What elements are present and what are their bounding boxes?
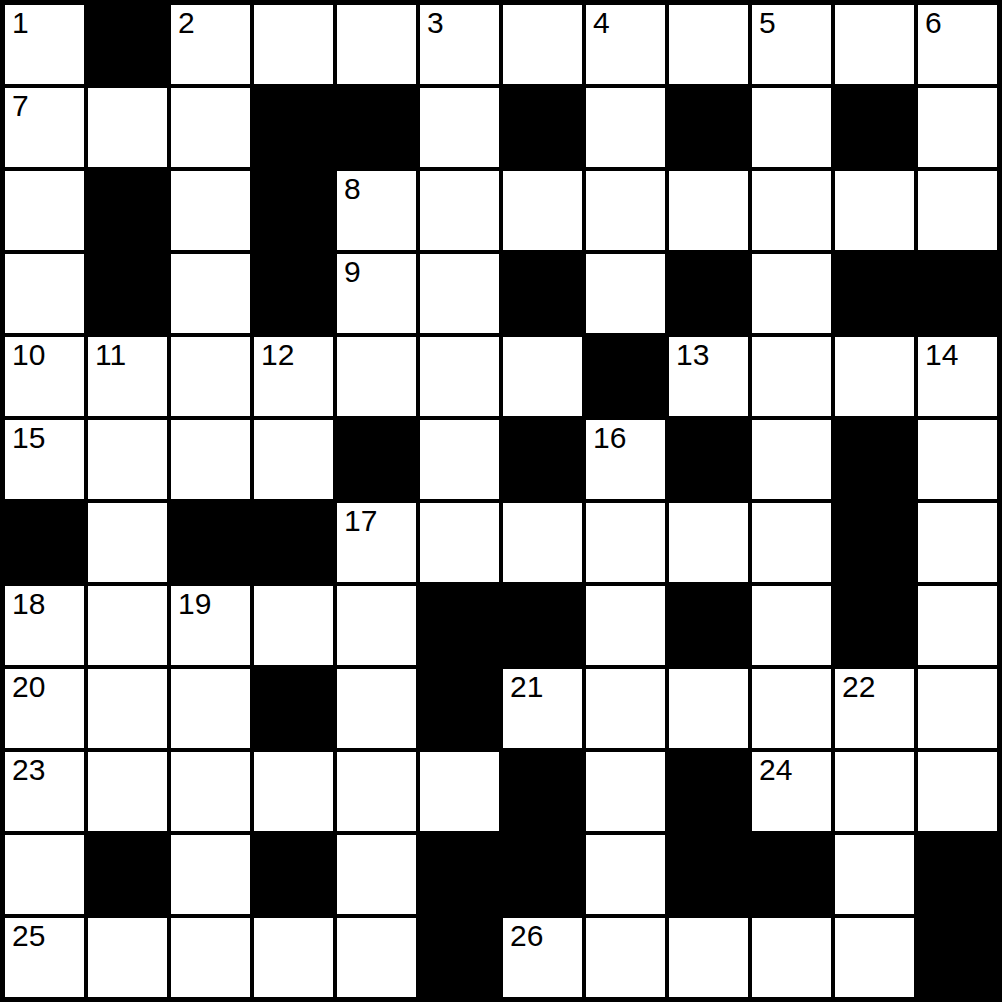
cell-r3-c5[interactable] <box>420 254 499 333</box>
cell-r3-c4[interactable]: 9 <box>337 254 416 333</box>
block-cell-r5-c8 <box>669 420 748 499</box>
cell-r6-c11[interactable] <box>918 503 997 582</box>
cell-r0-c7[interactable]: 4 <box>586 5 665 84</box>
cell-r0-c5[interactable]: 3 <box>420 5 499 84</box>
cell-r0-c0[interactable]: 1 <box>5 5 84 84</box>
cell-r5-c11[interactable] <box>918 420 997 499</box>
block-cell-r5-c4 <box>337 420 416 499</box>
clue-number: 9 <box>344 257 361 287</box>
block-cell-r4-c7 <box>586 337 665 416</box>
cell-r4-c9[interactable] <box>752 337 831 416</box>
cell-r1-c5[interactable] <box>420 88 499 167</box>
cell-r10-c4[interactable] <box>337 835 416 914</box>
cell-r11-c10[interactable] <box>835 918 914 997</box>
cell-r7-c1[interactable] <box>88 586 167 665</box>
cell-r11-c7[interactable] <box>586 918 665 997</box>
cell-r8-c9[interactable] <box>752 669 831 748</box>
cell-r11-c6[interactable]: 26 <box>503 918 582 997</box>
block-cell-r11-c11 <box>918 918 997 997</box>
cell-r5-c1[interactable] <box>88 420 167 499</box>
cell-r8-c2[interactable] <box>171 669 250 748</box>
clue-number: 6 <box>925 8 942 38</box>
cell-r9-c9[interactable]: 24 <box>752 752 831 831</box>
clue-number: 25 <box>12 921 45 951</box>
block-cell-r11-c5 <box>420 918 499 997</box>
cell-r4-c1[interactable]: 11 <box>88 337 167 416</box>
cell-r6-c7[interactable] <box>586 503 665 582</box>
clue-number: 14 <box>925 340 958 370</box>
cell-r5-c9[interactable] <box>752 420 831 499</box>
block-cell-r5-c10 <box>835 420 914 499</box>
block-cell-r6-c10 <box>835 503 914 582</box>
cell-r5-c2[interactable] <box>171 420 250 499</box>
cell-r4-c0[interactable]: 10 <box>5 337 84 416</box>
cell-r2-c6[interactable] <box>503 171 582 250</box>
cell-r9-c0[interactable]: 23 <box>5 752 84 831</box>
cell-r8-c0[interactable]: 20 <box>5 669 84 748</box>
cell-r7-c11[interactable] <box>918 586 997 665</box>
clue-number: 1 <box>12 8 29 38</box>
cell-r10-c10[interactable] <box>835 835 914 914</box>
cell-r2-c2[interactable] <box>171 171 250 250</box>
block-cell-r2-c1 <box>88 171 167 250</box>
cell-r10-c2[interactable] <box>171 835 250 914</box>
block-cell-r10-c6 <box>503 835 582 914</box>
cell-r11-c3[interactable] <box>254 918 333 997</box>
cell-r6-c8[interactable] <box>669 503 748 582</box>
cell-r9-c4[interactable] <box>337 752 416 831</box>
cell-r9-c11[interactable] <box>918 752 997 831</box>
cell-r4-c5[interactable] <box>420 337 499 416</box>
block-cell-r8-c5 <box>420 669 499 748</box>
block-cell-r5-c6 <box>503 420 582 499</box>
cell-r9-c1[interactable] <box>88 752 167 831</box>
cell-r1-c7[interactable] <box>586 88 665 167</box>
cell-r0-c4[interactable] <box>337 5 416 84</box>
cell-r3-c2[interactable] <box>171 254 250 333</box>
cell-r6-c1[interactable] <box>88 503 167 582</box>
cell-r2-c11[interactable] <box>918 171 997 250</box>
cell-r2-c10[interactable] <box>835 171 914 250</box>
cell-r3-c9[interactable] <box>752 254 831 333</box>
block-cell-r6-c3 <box>254 503 333 582</box>
clue-number: 21 <box>510 672 543 702</box>
cell-r4-c3[interactable]: 12 <box>254 337 333 416</box>
cell-r5-c3[interactable] <box>254 420 333 499</box>
cell-r9-c2[interactable] <box>171 752 250 831</box>
cell-r8-c4[interactable] <box>337 669 416 748</box>
clue-number: 13 <box>676 340 709 370</box>
cell-r9-c3[interactable] <box>254 752 333 831</box>
cell-r5-c0[interactable]: 15 <box>5 420 84 499</box>
block-cell-r1-c6 <box>503 88 582 167</box>
cell-r8-c1[interactable] <box>88 669 167 748</box>
block-cell-r7-c5 <box>420 586 499 665</box>
cell-r8-c10[interactable]: 22 <box>835 669 914 748</box>
cell-r1-c11[interactable] <box>918 88 997 167</box>
cell-r4-c11[interactable]: 14 <box>918 337 997 416</box>
cell-r9-c7[interactable] <box>586 752 665 831</box>
block-cell-r10-c1 <box>88 835 167 914</box>
cell-r7-c2[interactable]: 19 <box>171 586 250 665</box>
clue-number: 23 <box>12 755 45 785</box>
cell-r2-c4[interactable]: 8 <box>337 171 416 250</box>
cell-r0-c10[interactable] <box>835 5 914 84</box>
cell-r5-c5[interactable] <box>420 420 499 499</box>
cell-r11-c2[interactable] <box>171 918 250 997</box>
clue-number: 24 <box>759 755 792 785</box>
clue-number: 12 <box>261 340 294 370</box>
clue-number: 4 <box>593 8 610 38</box>
cell-r11-c0[interactable]: 25 <box>5 918 84 997</box>
cell-r7-c7[interactable] <box>586 586 665 665</box>
cell-r7-c9[interactable] <box>752 586 831 665</box>
clue-number: 10 <box>12 340 45 370</box>
cell-r8-c11[interactable] <box>918 669 997 748</box>
cell-r4-c10[interactable] <box>835 337 914 416</box>
clue-number: 20 <box>12 672 45 702</box>
cell-r4-c2[interactable] <box>171 337 250 416</box>
cell-r1-c9[interactable] <box>752 88 831 167</box>
clue-number: 15 <box>12 423 45 453</box>
cell-r11-c1[interactable] <box>88 918 167 997</box>
cell-r2-c7[interactable] <box>586 171 665 250</box>
clue-number: 17 <box>344 506 377 536</box>
cell-r1-c2[interactable] <box>171 88 250 167</box>
cell-r10-c7[interactable] <box>586 835 665 914</box>
cell-r1-c0[interactable]: 7 <box>5 88 84 167</box>
cell-r8-c8[interactable] <box>669 669 748 748</box>
block-cell-r7-c10 <box>835 586 914 665</box>
cell-r6-c6[interactable] <box>503 503 582 582</box>
block-cell-r7-c6 <box>503 586 582 665</box>
block-cell-r3-c1 <box>88 254 167 333</box>
cell-r8-c6[interactable]: 21 <box>503 669 582 748</box>
block-cell-r3-c11 <box>918 254 997 333</box>
clue-number: 19 <box>178 589 211 619</box>
clue-number: 18 <box>12 589 45 619</box>
block-cell-r10-c8 <box>669 835 748 914</box>
block-cell-r3-c10 <box>835 254 914 333</box>
cell-r2-c8[interactable] <box>669 171 748 250</box>
block-cell-r10-c3 <box>254 835 333 914</box>
clue-number: 16 <box>593 423 626 453</box>
cell-r4-c8[interactable]: 13 <box>669 337 748 416</box>
clue-number: 8 <box>344 174 361 204</box>
block-cell-r1-c4 <box>337 88 416 167</box>
cell-r0-c2[interactable]: 2 <box>171 5 250 84</box>
cell-r7-c3[interactable] <box>254 586 333 665</box>
block-cell-r6-c2 <box>171 503 250 582</box>
block-cell-r0-c1 <box>88 5 167 84</box>
block-cell-r8-c3 <box>254 669 333 748</box>
block-cell-r7-c8 <box>669 586 748 665</box>
block-cell-r6-c0 <box>5 503 84 582</box>
cell-r1-c1[interactable] <box>88 88 167 167</box>
cell-r9-c5[interactable] <box>420 752 499 831</box>
clue-number: 5 <box>759 8 776 38</box>
block-cell-r3-c8 <box>669 254 748 333</box>
block-cell-r3-c3 <box>254 254 333 333</box>
clue-number: 22 <box>842 672 875 702</box>
cell-r11-c4[interactable] <box>337 918 416 997</box>
cell-r2-c5[interactable] <box>420 171 499 250</box>
cell-r4-c4[interactable] <box>337 337 416 416</box>
block-cell-r9-c8 <box>669 752 748 831</box>
cell-r3-c7[interactable] <box>586 254 665 333</box>
cell-r0-c9[interactable]: 5 <box>752 5 831 84</box>
block-cell-r10-c5 <box>420 835 499 914</box>
block-cell-r9-c6 <box>503 752 582 831</box>
cell-r0-c8[interactable] <box>669 5 748 84</box>
clue-number: 7 <box>12 91 29 121</box>
block-cell-r1-c8 <box>669 88 748 167</box>
cell-r11-c8[interactable] <box>669 918 748 997</box>
cell-r9-c10[interactable] <box>835 752 914 831</box>
clue-number: 26 <box>510 921 543 951</box>
cell-r3-c0[interactable] <box>5 254 84 333</box>
block-cell-r10-c11 <box>918 835 997 914</box>
crossword-grid: 1234567891011121314151617181920212223242… <box>0 0 1002 1002</box>
cell-r0-c3[interactable] <box>254 5 333 84</box>
cell-r8-c7[interactable] <box>586 669 665 748</box>
cell-r7-c4[interactable] <box>337 586 416 665</box>
cell-r0-c6[interactable] <box>503 5 582 84</box>
block-cell-r1-c10 <box>835 88 914 167</box>
block-cell-r1-c3 <box>254 88 333 167</box>
clue-number: 11 <box>95 340 126 370</box>
cell-r11-c9[interactable] <box>752 918 831 997</box>
clue-number: 2 <box>178 8 195 38</box>
cell-r2-c0[interactable] <box>5 171 84 250</box>
block-cell-r2-c3 <box>254 171 333 250</box>
cell-r2-c9[interactable] <box>752 171 831 250</box>
cell-r4-c6[interactable] <box>503 337 582 416</box>
cell-r10-c0[interactable] <box>5 835 84 914</box>
cell-r6-c5[interactable] <box>420 503 499 582</box>
clue-number: 3 <box>427 8 444 38</box>
cell-r6-c9[interactable] <box>752 503 831 582</box>
cell-r0-c11[interactable]: 6 <box>918 5 997 84</box>
cell-r5-c7[interactable]: 16 <box>586 420 665 499</box>
cell-r7-c0[interactable]: 18 <box>5 586 84 665</box>
block-cell-r3-c6 <box>503 254 582 333</box>
cell-r6-c4[interactable]: 17 <box>337 503 416 582</box>
block-cell-r10-c9 <box>752 835 831 914</box>
